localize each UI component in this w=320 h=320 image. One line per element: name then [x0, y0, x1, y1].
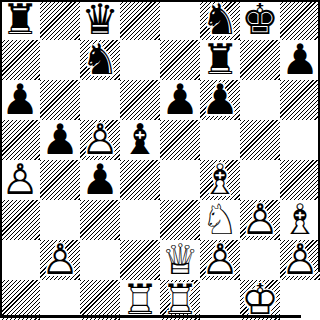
square-d1[interactable]: ♜♖ — [120, 280, 160, 320]
square-g2[interactable] — [240, 240, 280, 280]
square-a8[interactable]: ♜ — [0, 0, 40, 40]
white-bishop[interactable]: ♝♗ — [200, 160, 240, 200]
piece-outline-glyph: ♙ — [200, 240, 240, 280]
square-e4[interactable] — [160, 160, 200, 200]
square-g5[interactable] — [240, 120, 280, 160]
white-pawn[interactable]: ♟♙ — [0, 160, 40, 200]
white-pawn[interactable]: ♟♙ — [240, 200, 280, 240]
black-pawn[interactable]: ♟ — [40, 120, 80, 160]
square-d4[interactable] — [120, 160, 160, 200]
square-e7[interactable] — [160, 40, 200, 80]
piece-fill-glyph: ♛ — [80, 0, 120, 40]
white-rook[interactable]: ♜♖ — [120, 280, 160, 320]
square-d8[interactable] — [120, 0, 160, 40]
square-b6[interactable] — [40, 80, 80, 120]
piece-outline-glyph: ♙ — [80, 120, 120, 160]
square-a1[interactable] — [0, 280, 40, 320]
square-d3[interactable] — [120, 200, 160, 240]
white-pawn[interactable]: ♟♙ — [280, 240, 320, 280]
piece-fill-glyph: ♞ — [80, 40, 120, 80]
square-f5[interactable] — [200, 120, 240, 160]
white-bishop[interactable]: ♝♗ — [280, 200, 320, 240]
square-b4[interactable] — [40, 160, 80, 200]
piece-outline-glyph: ♙ — [40, 240, 80, 280]
square-h2[interactable]: ♟♙ — [280, 240, 320, 280]
piece-fill-glyph: ♟ — [80, 160, 120, 200]
piece-outline-glyph: ♖ — [120, 280, 160, 320]
white-pawn[interactable]: ♟♙ — [80, 120, 120, 160]
square-h5[interactable] — [280, 120, 320, 160]
square-e5[interactable] — [160, 120, 200, 160]
white-pawn[interactable]: ♟♙ — [200, 240, 240, 280]
square-b2[interactable]: ♟♙ — [40, 240, 80, 280]
piece-fill-glyph: ♟ — [200, 80, 240, 120]
square-d7[interactable] — [120, 40, 160, 80]
square-g1[interactable]: ♚♔ — [240, 280, 280, 320]
black-queen[interactable]: ♛ — [80, 0, 120, 40]
square-h4[interactable] — [280, 160, 320, 200]
black-bishop[interactable]: ♝ — [120, 120, 160, 160]
square-c2[interactable] — [80, 240, 120, 280]
square-d6[interactable] — [120, 80, 160, 120]
square-e8[interactable] — [160, 0, 200, 40]
piece-fill-glyph: ♜ — [0, 0, 40, 40]
black-pawn[interactable]: ♟ — [0, 80, 40, 120]
square-f7[interactable]: ♜ — [200, 40, 240, 80]
square-b8[interactable] — [40, 0, 80, 40]
square-b3[interactable] — [40, 200, 80, 240]
piece-fill-glyph: ♟ — [0, 80, 40, 120]
piece-fill-glyph: ♟ — [40, 120, 80, 160]
square-c3[interactable] — [80, 200, 120, 240]
square-e3[interactable] — [160, 200, 200, 240]
piece-fill-glyph: ♜ — [200, 40, 240, 80]
black-pawn[interactable]: ♟ — [200, 80, 240, 120]
white-knight[interactable]: ♞♘ — [200, 200, 240, 240]
piece-outline-glyph: ♙ — [280, 240, 320, 280]
piece-fill-glyph: ♟ — [160, 80, 200, 120]
square-d5[interactable]: ♝ — [120, 120, 160, 160]
piece-fill-glyph: ♚ — [240, 0, 280, 40]
piece-fill-glyph: ♞ — [200, 0, 240, 40]
board-border-bottom — [0, 315, 301, 318]
square-a2[interactable] — [0, 240, 40, 280]
square-h6[interactable] — [280, 80, 320, 120]
chess-board-diagram: ♜♛♞♚♞♜♟♟♟♟♟♟♙♝♟♙♟♝♗♞♘♟♙♝♗♟♙♛♕♟♙♟♙♜♖♜♖♚♔ — [0, 0, 320, 320]
square-b1[interactable] — [40, 280, 80, 320]
board-border-left — [0, 0, 2, 318]
square-c4[interactable]: ♟ — [80, 160, 120, 200]
square-a7[interactable] — [0, 40, 40, 80]
black-rook[interactable]: ♜ — [0, 0, 40, 40]
black-king[interactable]: ♚ — [240, 0, 280, 40]
piece-outline-glyph: ♘ — [200, 200, 240, 240]
square-a5[interactable] — [0, 120, 40, 160]
black-pawn[interactable]: ♟ — [280, 40, 320, 80]
piece-outline-glyph: ♙ — [0, 160, 40, 200]
board-border-top — [0, 0, 320, 2]
square-b5[interactable]: ♟ — [40, 120, 80, 160]
piece-outline-glyph: ♗ — [280, 200, 320, 240]
square-a6[interactable]: ♟ — [0, 80, 40, 120]
square-e2[interactable]: ♛♕ — [160, 240, 200, 280]
white-rook[interactable]: ♜♖ — [160, 280, 200, 320]
white-pawn[interactable]: ♟♙ — [40, 240, 80, 280]
square-g3[interactable]: ♟♙ — [240, 200, 280, 240]
piece-fill-glyph: ♟ — [280, 40, 320, 80]
square-h7[interactable]: ♟ — [280, 40, 320, 80]
piece-outline-glyph: ♕ — [160, 240, 200, 280]
square-f2[interactable]: ♟♙ — [200, 240, 240, 280]
square-h3[interactable]: ♝♗ — [280, 200, 320, 240]
square-f3[interactable]: ♞♘ — [200, 200, 240, 240]
black-rook[interactable]: ♜ — [200, 40, 240, 80]
square-e6[interactable]: ♟ — [160, 80, 200, 120]
square-c7[interactable]: ♞ — [80, 40, 120, 80]
piece-outline-glyph: ♖ — [160, 280, 200, 320]
piece-outline-glyph: ♙ — [240, 200, 280, 240]
black-knight[interactable]: ♞ — [80, 40, 120, 80]
square-c1[interactable] — [80, 280, 120, 320]
square-d2[interactable] — [120, 240, 160, 280]
square-c8[interactable]: ♛ — [80, 0, 120, 40]
square-c6[interactable] — [80, 80, 120, 120]
square-e1[interactable]: ♜♖ — [160, 280, 200, 320]
square-f6[interactable]: ♟ — [200, 80, 240, 120]
piece-fill-glyph: ♝ — [120, 120, 160, 160]
square-f8[interactable]: ♞ — [200, 0, 240, 40]
black-pawn[interactable]: ♟ — [80, 160, 120, 200]
piece-outline-glyph: ♗ — [200, 160, 240, 200]
piece-outline-glyph: ♔ — [240, 280, 280, 320]
square-g8[interactable]: ♚ — [240, 0, 280, 40]
square-g6[interactable] — [240, 80, 280, 120]
white-king[interactable]: ♚♔ — [240, 280, 280, 320]
black-knight[interactable]: ♞ — [200, 0, 240, 40]
square-h8[interactable] — [280, 0, 320, 40]
square-a3[interactable] — [0, 200, 40, 240]
chess-board: ♜♛♞♚♞♜♟♟♟♟♟♟♙♝♟♙♟♝♗♞♘♟♙♝♗♟♙♛♕♟♙♟♙♜♖♜♖♚♔ — [0, 0, 320, 320]
square-c5[interactable]: ♟♙ — [80, 120, 120, 160]
square-f4[interactable]: ♝♗ — [200, 160, 240, 200]
square-b7[interactable] — [40, 40, 80, 80]
white-queen[interactable]: ♛♕ — [160, 240, 200, 280]
black-pawn[interactable]: ♟ — [160, 80, 200, 120]
square-g7[interactable] — [240, 40, 280, 80]
square-g4[interactable] — [240, 160, 280, 200]
square-f1[interactable] — [200, 280, 240, 320]
square-h1[interactable] — [280, 280, 320, 320]
square-a4[interactable]: ♟♙ — [0, 160, 40, 200]
